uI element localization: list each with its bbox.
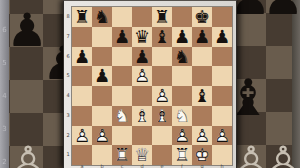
square-g8[interactable]: ♚: [192, 7, 212, 27]
square-c2[interactable]: [112, 126, 132, 146]
white-bishop[interactable]: ♝♗: [132, 106, 152, 126]
white-knight[interactable]: ♞♘: [112, 106, 132, 126]
black-bishop[interactable]: ♝: [152, 27, 172, 47]
square-e8[interactable]: ♜: [152, 7, 172, 27]
white-pawn-icon: ♙: [262, 140, 300, 168]
square-h7[interactable]: ♟: [212, 27, 232, 47]
white-pawn[interactable]: ♟♙: [132, 66, 152, 86]
black-king[interactable]: ♚: [192, 7, 212, 27]
square-f2[interactable]: ♟♙: [172, 126, 192, 146]
square-e4[interactable]: ♟♙: [152, 86, 172, 106]
square-d2[interactable]: [132, 126, 152, 146]
rank-label: 3: [64, 106, 72, 126]
rank-labels: 87654321: [64, 7, 72, 165]
rank-label: 4: [64, 86, 72, 106]
square-a3[interactable]: [72, 106, 92, 126]
rank-label: 7: [64, 27, 72, 47]
square-c7[interactable]: ♟: [112, 27, 132, 47]
square-c4[interactable]: [112, 86, 132, 106]
file-label: h: [212, 164, 232, 168]
file-label: g: [192, 164, 212, 168]
square-g6[interactable]: [192, 47, 212, 67]
square-e6[interactable]: [152, 47, 172, 67]
square-d3[interactable]: ♝♗: [132, 106, 152, 126]
square-f4[interactable]: [172, 86, 192, 106]
white-bishop[interactable]: ♝♗: [152, 106, 172, 126]
square-d4[interactable]: [132, 86, 152, 106]
square-e7[interactable]: ♝: [152, 27, 172, 47]
black-queen[interactable]: ♛: [132, 27, 152, 47]
file-labels: abcdefgh: [72, 164, 232, 168]
square-f8[interactable]: [172, 7, 192, 27]
black-knight[interactable]: ♞: [92, 7, 112, 27]
black-pawn-icon: ♟: [262, 0, 300, 21]
square-b5[interactable]: ♟: [92, 66, 112, 86]
square-c5[interactable]: [112, 66, 132, 86]
white-pawn[interactable]: ♟♙: [92, 126, 112, 146]
square-g2[interactable]: ♟♙: [192, 126, 212, 146]
square-f3[interactable]: ♞♘: [172, 106, 192, 126]
square-b4[interactable]: [92, 86, 112, 106]
black-knight[interactable]: ♞: [172, 47, 192, 67]
chess-board[interactable]: ♜♞♜♚♟♛♝♟♟♟♟♟♞♟♟♙♟♙♝♞♘♝♗♝♗♞♘♟♙♟♙♟♙♟♙♟♙♜♖♛…: [72, 7, 232, 165]
square-d7[interactable]: ♛: [132, 27, 152, 47]
square-b3[interactable]: [92, 106, 112, 126]
rank-label: 5: [64, 66, 72, 86]
square-g5[interactable]: [192, 66, 212, 86]
black-pawn[interactable]: ♟: [212, 27, 232, 47]
black-pawn[interactable]: ♟: [192, 27, 212, 47]
square-a4[interactable]: [72, 86, 92, 106]
square-c8[interactable]: [112, 7, 132, 27]
square-c3[interactable]: ♞♘: [112, 106, 132, 126]
square-h4[interactable]: [212, 86, 232, 106]
square-d5[interactable]: ♟♙: [132, 66, 152, 86]
square-g3[interactable]: [192, 106, 212, 126]
square-f6[interactable]: ♞: [172, 47, 192, 67]
board-frame: 87654321 ♜♞♜♚♟♛♝♟♟♟♟♟♞♟♟♙♟♙♝♞♘♝♗♝♗♞♘♟♙♟♙…: [63, 0, 237, 168]
black-rook[interactable]: ♜: [152, 7, 172, 27]
white-pawn[interactable]: ♟♙: [212, 126, 232, 146]
square-h3[interactable]: [212, 106, 232, 126]
file-label: d: [132, 164, 152, 168]
square-b7[interactable]: [92, 27, 112, 47]
square-g4[interactable]: ♝: [192, 86, 212, 106]
square-a5[interactable]: [72, 66, 92, 86]
file-label: b: [92, 164, 112, 168]
file-label: f: [172, 164, 192, 168]
square-e5[interactable]: [152, 66, 172, 86]
square-d8[interactable]: [132, 7, 152, 27]
square-h6[interactable]: [212, 47, 232, 67]
square-b6[interactable]: [92, 47, 112, 67]
square-h5[interactable]: [212, 66, 232, 86]
square-h8[interactable]: [212, 7, 232, 27]
rank-label: 6: [64, 47, 72, 67]
black-pawn[interactable]: ♟: [72, 47, 92, 67]
square-e3[interactable]: ♝♗: [152, 106, 172, 126]
white-pawn[interactable]: ♟♙: [72, 126, 92, 146]
white-pawn[interactable]: ♟♙: [192, 126, 212, 146]
white-knight[interactable]: ♞♘: [172, 106, 192, 126]
square-a2[interactable]: ♟♙: [72, 126, 92, 146]
square-a8[interactable]: ♜: [72, 7, 92, 27]
white-pawn-icon: ♙: [7, 140, 48, 168]
black-pawn[interactable]: ♟: [132, 47, 152, 67]
square-b8[interactable]: ♞: [92, 7, 112, 27]
rank-label: 1: [64, 145, 72, 165]
black-pawn[interactable]: ♟: [172, 27, 192, 47]
rank-label: 2: [64, 126, 72, 146]
square-f5[interactable]: [172, 66, 192, 86]
file-label: a: [72, 164, 92, 168]
rank-label: 8: [64, 7, 72, 27]
white-pawn[interactable]: ♟♙: [172, 126, 192, 146]
square-a7[interactable]: [72, 27, 92, 47]
file-label: e: [152, 164, 172, 168]
square-e2[interactable]: [152, 126, 172, 146]
square-g7[interactable]: ♟: [192, 27, 212, 47]
black-pawn[interactable]: ♟: [92, 66, 112, 86]
square-h2[interactable]: ♟♙: [212, 126, 232, 146]
white-pawn[interactable]: ♟♙: [152, 86, 172, 106]
square-a6[interactable]: ♟: [72, 47, 92, 67]
file-label: c: [112, 164, 132, 168]
black-bishop[interactable]: ♝: [192, 86, 212, 106]
square-f7[interactable]: ♟: [172, 27, 192, 47]
square-c6[interactable]: [112, 47, 132, 67]
square-d6[interactable]: ♟: [132, 47, 152, 67]
black-rook[interactable]: ♜: [72, 7, 92, 27]
square-b2[interactable]: ♟♙: [92, 126, 112, 146]
black-pawn[interactable]: ♟: [112, 27, 132, 47]
chess-app-screen: 87654321 ♟♟♙♟♟♝♙♙ 87654321 ♜♞♜♚♟♛♝♟♟♟♟♟♞…: [0, 0, 300, 168]
